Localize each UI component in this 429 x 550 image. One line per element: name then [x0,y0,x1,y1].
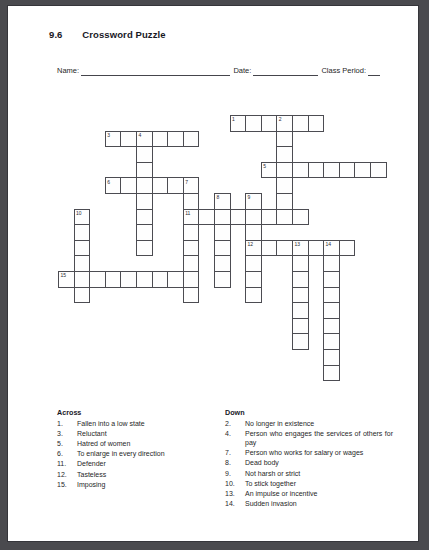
grid-cell-r9-c12[interactable] [245,255,262,272]
grid-cell-r4-c7[interactable] [167,177,184,194]
grid-cell-r3-c19[interactable] [354,162,371,179]
grid-cell-r3-c15[interactable] [292,162,309,179]
cell-number-6: 6 [107,180,110,185]
screen: 9.6 Crossword Puzzle Name: Date: Class P… [0,0,429,550]
across-clue-3: 3. Reluctant [57,429,209,438]
grid-cell-r0-c15[interactable] [292,115,309,132]
grid-cell-r0-c12[interactable] [245,115,262,132]
clue-number: 4. [225,429,245,448]
down-clue-8: 8. Dead body [225,458,393,467]
grid-cell-r13-c17[interactable] [323,318,340,335]
worksheet-page: 9.6 Crossword Puzzle Name: Date: Class P… [7,5,419,542]
grid-cell-r10-c2[interactable] [89,271,106,288]
grid-cell-r10-c15[interactable] [292,271,309,288]
section-title: Crossword Puzzle [82,29,165,40]
grid-cell-r10-c5[interactable] [136,271,153,288]
clue-number: 7. [225,448,245,457]
cell-number-1: 1 [232,117,235,122]
date-blank[interactable] [253,66,318,76]
clue-text: No longer in existence [245,419,393,428]
cell-number-10: 10 [76,211,82,216]
grid-cell-r10-c1[interactable] [74,271,91,288]
grid-cell-r6-c15[interactable] [292,209,309,226]
clue-text: Defender [77,459,209,468]
cell-number-5: 5 [263,164,266,169]
grid-cell-r11-c17[interactable] [323,287,340,304]
grid-cell-r7-c8[interactable] [183,224,200,241]
across-clue-12: 12. Tasteless [57,470,209,479]
clue-number: 8. [225,458,245,467]
grid-cell-r10-c10[interactable] [214,271,231,288]
cell-number-12: 12 [248,242,254,247]
cell-number-4: 4 [138,133,141,138]
down-clue-7: 7. Person who works for salary or wages [225,448,393,457]
clue-text: To stick together [245,479,393,488]
grid-cell-r8-c14[interactable] [276,240,293,257]
grid-cell-r12-c15[interactable] [292,302,309,319]
cell-number-14: 14 [326,242,332,247]
page-title: 9.6 Crossword Puzzle [49,29,166,40]
cell-number-7: 7 [185,180,188,185]
clue-number: 15. [57,480,77,489]
grid-cell-r2-c5[interactable] [136,146,153,163]
date-label: Date: [233,66,251,76]
grid-cell-r7-c10[interactable] [214,224,231,241]
grid-cell-r3-c18[interactable] [339,162,356,179]
grid-cell-r3-c20[interactable] [370,162,387,179]
across-clue-15: 15. Imposing [57,480,209,489]
grid-cell-r6-c9[interactable] [198,209,215,226]
grid-cell-r3-c16[interactable] [308,162,325,179]
grid-cell-r6-c12[interactable] [245,209,262,226]
clue-number: 9. [225,469,245,478]
crossword-grid: 123456789101112131415 [58,115,387,382]
grid-cell-r1-c6[interactable] [152,131,169,148]
cell-number-9: 9 [248,195,251,200]
grid-cell-r14-c17[interactable] [323,333,340,350]
grid-cell-r10-c8[interactable] [183,271,200,288]
down-clue-14: 14. Sudden invasion [225,499,393,508]
grid-cell-r14-c15[interactable] [292,333,309,350]
grid-cell-r6-c5[interactable] [136,209,153,226]
grid-cell-r10-c4[interactable] [120,271,137,288]
grid-cell-r16-c17[interactable] [323,365,340,382]
grid-cell-r9-c17[interactable] [323,255,340,272]
grid-cell-r0-c13[interactable] [261,115,278,132]
name-blank[interactable] [81,66,230,76]
grid-cell-r11-c8[interactable] [183,287,200,304]
grid-cell-r9-c8[interactable] [183,255,200,272]
clue-number: 5. [57,439,77,448]
down-header: Down [225,408,393,418]
grid-cell-r4-c6[interactable] [152,177,169,194]
grid-cell-r12-c17[interactable] [323,302,340,319]
clue-number: 10. [225,479,245,488]
grid-cell-r0-c16[interactable] [308,115,325,132]
clue-number: 3. [57,429,77,438]
grid-cell-r7-c12[interactable] [245,224,262,241]
grid-cell-r4-c4[interactable] [120,177,137,194]
grid-cell-r8-c5[interactable] [136,240,153,257]
clue-number: 1. [57,419,77,428]
grid-cell-r9-c1[interactable] [74,255,91,272]
section-number: 9.6 [49,29,63,40]
grid-cell-r4-c5[interactable] [136,177,153,194]
grid-cell-r6-c13[interactable] [261,209,278,226]
across-clue-6: 6. To enlarge in every direction [57,449,209,458]
cell-number-11: 11 [185,211,190,216]
clue-number: 12. [57,470,77,479]
grid-cell-r10-c17[interactable] [323,271,340,288]
grid-cell-r8-c8[interactable] [183,240,200,257]
clue-number: 14. [225,499,245,508]
grid-cell-r7-c5[interactable] [136,224,153,241]
grid-cell-r3-c14[interactable] [276,162,293,179]
grid-cell-r9-c15[interactable] [292,255,309,272]
grid-cell-r11-c15[interactable] [292,287,309,304]
grid-cell-r6-c14[interactable] [276,209,293,226]
clue-text: Reluctant [77,429,209,438]
grid-cell-r11-c12[interactable] [245,287,262,304]
grid-cell-r3-c17[interactable] [323,162,340,179]
clue-text: Sudden invasion [245,499,393,508]
grid-cell-r5-c14[interactable] [276,193,293,210]
grid-cell-r3-c5[interactable] [136,162,153,179]
cell-number-15: 15 [60,273,66,278]
cell-number-3: 3 [107,133,110,138]
clue-text: Not harsh or strict [245,469,393,478]
clue-text: Fallen into a low state [77,419,209,428]
clue-text: Hatred of women [77,439,209,448]
grid-cell-r4-c14[interactable] [276,177,293,194]
clue-number: 2. [225,419,245,428]
clue-number: 6. [57,449,77,458]
clue-text: To enlarge in every direction [77,449,209,458]
across-clues: Across 1. Fallen into a low state 3. Rel… [57,408,209,490]
grid-cell-r8-c1[interactable] [74,240,91,257]
grid-cell-r6-c11[interactable] [230,209,247,226]
grid-cell-r15-c17[interactable] [323,349,340,366]
grid-cell-r11-c1[interactable] [74,287,91,304]
down-clues: Down 2. No longer in existence 4. Person… [225,408,393,509]
clue-text: Person who engages the services of other… [245,429,393,448]
grid-cell-r10-c3[interactable] [105,271,122,288]
clue-text: Person who works for salary or wages [245,448,393,457]
class-period-blank[interactable] [368,66,380,76]
grid-cell-r1-c7[interactable] [167,131,184,148]
grid-cell-r1-c4[interactable] [120,131,137,148]
grid-cell-r6-c10[interactable] [214,209,231,226]
class-period-label: Class Period: [321,66,366,76]
down-clue-4: 4. Person who engages the services of ot… [225,429,393,448]
down-clue-13: 13. An impulse or incentive [225,489,393,498]
student-info-line: Name: Date: Class Period: [57,66,380,76]
cell-number-13: 13 [294,242,300,247]
clue-number: 13. [225,489,245,498]
grid-cell-r10-c7[interactable] [167,271,184,288]
clue-number: 11. [57,459,77,468]
grid-cell-r2-c14[interactable] [276,146,293,163]
down-clue-2: 2. No longer in existence [225,419,393,428]
grid-cell-r8-c13[interactable] [261,240,278,257]
cell-number-2: 2 [279,117,282,122]
across-header: Across [57,408,209,418]
down-clue-10: 10. To stick together [225,479,393,488]
grid-cell-r5-c5[interactable] [136,193,153,210]
clue-text: An impulse or incentive [245,489,393,498]
grid-cell-r13-c15[interactable] [292,318,309,335]
grid-cell-r10-c6[interactable] [152,271,169,288]
grid-cell-r8-c10[interactable] [214,240,231,257]
name-label: Name: [57,66,79,76]
clue-text: Dead body [245,458,393,467]
across-clue-11: 11. Defender [57,459,209,468]
cell-number-8: 8 [216,195,219,200]
down-clue-9: 9. Not harsh or strict [225,469,393,478]
clue-text: Imposing [77,480,209,489]
grid-cell-r10-c12[interactable] [245,271,262,288]
grid-cell-r9-c10[interactable] [214,255,231,272]
grid-cell-r1-c8[interactable] [183,131,200,148]
grid-cell-r7-c1[interactable] [74,224,91,241]
across-clue-5: 5. Hatred of women [57,439,209,448]
grid-cell-r5-c8[interactable] [183,193,200,210]
clue-text: Tasteless [77,470,209,479]
grid-cell-r8-c16[interactable] [308,240,325,257]
across-clue-1: 1. Fallen into a low state [57,419,209,428]
grid-cell-r8-c18[interactable] [339,240,356,257]
grid-cell-r1-c14[interactable] [276,131,293,148]
